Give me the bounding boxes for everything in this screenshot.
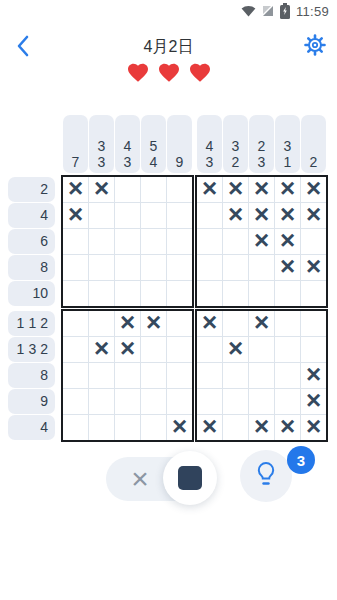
hint-button[interactable] (240, 450, 292, 502)
x-mark: × (146, 310, 161, 335)
col-clue-9: 31 (275, 115, 300, 173)
grid-cell-r5c6[interactable] (197, 281, 222, 306)
grid-cell-r7c2[interactable]: × (89, 337, 114, 362)
grid-cell-r4c7[interactable] (223, 255, 248, 280)
grid-cell-r8c2[interactable] (89, 363, 114, 388)
row-clues-group-top: 246810 (8, 175, 55, 308)
clue-number: 2 (40, 177, 48, 202)
x-mark: × (280, 176, 295, 201)
row-clues-group-bottom: 112132894 (8, 309, 55, 442)
clue-number: 3 (258, 154, 266, 170)
grid-cell-r4c10[interactable]: × (301, 255, 326, 280)
clue-number: 4 (150, 154, 158, 170)
status-time: 11:59 (296, 4, 329, 19)
grid-cell-r8c9[interactable] (275, 363, 300, 388)
x-mark: × (280, 228, 295, 253)
grid-cell-r2c7[interactable]: × (223, 203, 248, 228)
board-quadrant-br: ××××××××× (195, 309, 328, 442)
row-clue-6: 112 (8, 311, 55, 336)
row-clues: 246810 112132894 (8, 175, 55, 442)
grid-cell-r10c10[interactable]: × (301, 415, 326, 440)
row-clue-3: 6 (8, 229, 55, 254)
x-mark: × (120, 310, 135, 335)
grid-cell-r5c8[interactable] (249, 281, 274, 306)
row-clue-5: 10 (8, 281, 55, 306)
grid-cell-r6c9[interactable] (275, 311, 300, 336)
col-clues-group-left: 73343549 (61, 115, 194, 173)
heart-icon (157, 61, 181, 87)
app-screen: 11:59 4月2日 (0, 0, 337, 600)
grid-cell-r7c3[interactable]: × (115, 337, 140, 362)
grid-cell-r5c7[interactable] (223, 281, 248, 306)
x-mark: × (202, 176, 217, 201)
no-sim-icon (262, 5, 274, 17)
grid-cell-r1c6[interactable]: × (197, 177, 222, 202)
board-quadrant-bl: ××××× (61, 309, 194, 442)
grid-cell-r4c4[interactable] (141, 255, 166, 280)
x-mark: × (228, 176, 243, 201)
grid-cell-r3c5[interactable] (167, 229, 192, 254)
clue-number: 4 (40, 415, 48, 440)
x-mark: × (228, 202, 243, 227)
grid-cell-r6c1[interactable] (63, 311, 88, 336)
grid-cell-r6c10[interactable] (301, 311, 326, 336)
grid-cell-r8c1[interactable] (63, 363, 88, 388)
grid-cell-r10c8[interactable]: × (249, 415, 274, 440)
grid-cell-r3c3[interactable] (115, 229, 140, 254)
grid-cell-r2c3[interactable] (115, 203, 140, 228)
clue-number: 3 (232, 138, 240, 154)
x-mark: × (306, 388, 321, 413)
battery-charging-icon (280, 3, 290, 19)
x-mark: × (120, 336, 135, 361)
clue-number: 2 (40, 337, 48, 362)
col-clue-2: 33 (89, 115, 114, 173)
grid-cell-r4c5[interactable] (167, 255, 192, 280)
grid-cell-r1c4[interactable] (141, 177, 166, 202)
clue-number: 4 (40, 203, 48, 228)
clue-number: 10 (32, 281, 48, 306)
grid-cell-r8c3[interactable] (115, 363, 140, 388)
clue-number: 7 (72, 154, 80, 170)
clue-number: 8 (40, 255, 48, 280)
clue-number: 3 (124, 154, 132, 170)
fill-tool-selected[interactable] (163, 451, 217, 505)
grid-cell-r2c1[interactable]: × (63, 203, 88, 228)
grid-cell-r7c9[interactable] (275, 337, 300, 362)
mark-x-tool[interactable]: × (120, 457, 160, 501)
heart-icon (188, 61, 212, 87)
clue-number: 3 (206, 154, 214, 170)
grid-cell-r3c2[interactable] (89, 229, 114, 254)
row-clue-10: 4 (8, 415, 55, 440)
grid-cell-r10c2[interactable] (89, 415, 114, 440)
clue-number: 9 (176, 154, 184, 170)
status-bar: 11:59 (0, 0, 337, 22)
col-clue-10: 2 (301, 115, 326, 173)
grid-cell-r3c6[interactable] (197, 229, 222, 254)
x-mark: × (94, 176, 109, 201)
x-mark: × (254, 202, 269, 227)
grid-cell-r9c4[interactable] (141, 389, 166, 414)
x-mark: × (306, 176, 321, 201)
grid-cell-r10c7[interactable] (223, 415, 248, 440)
clue-number: 3 (28, 337, 36, 362)
clue-number: 2 (40, 311, 48, 336)
row-clue-1: 2 (8, 177, 55, 202)
x-mark: × (280, 414, 295, 439)
grid-cell-r8c4[interactable] (141, 363, 166, 388)
x-mark: × (202, 414, 217, 439)
grid-cell-r4c2[interactable] (89, 255, 114, 280)
grid-cell-r8c8[interactable] (249, 363, 274, 388)
grid-cell-r2c4[interactable] (141, 203, 166, 228)
grid-cell-r5c2[interactable] (89, 281, 114, 306)
grid-cell-r7c5[interactable] (167, 337, 192, 362)
x-mark: × (202, 310, 217, 335)
clue-number: 1 (284, 154, 292, 170)
clue-number: 4 (124, 138, 132, 154)
grid-cell-r7c6[interactable] (197, 337, 222, 362)
grid-cell-r8c5[interactable] (167, 363, 192, 388)
lightbulb-icon (253, 460, 279, 492)
hint-count-badge[interactable]: 3 (287, 446, 315, 474)
grid-cell-r3c7[interactable] (223, 229, 248, 254)
row-clue-8: 8 (8, 363, 55, 388)
grid-cell-r6c6[interactable]: × (197, 311, 222, 336)
x-mark: × (254, 310, 269, 335)
clue-number: 6 (40, 229, 48, 254)
grid-cell-r3c1[interactable] (63, 229, 88, 254)
x-mark: × (306, 254, 321, 279)
grid-cell-r10c5[interactable]: × (167, 415, 192, 440)
col-clue-6: 43 (197, 115, 222, 173)
row-clue-9: 9 (8, 389, 55, 414)
grid-cell-r9c2[interactable] (89, 389, 114, 414)
gear-icon (303, 33, 327, 61)
settings-button[interactable] (299, 31, 331, 63)
board-quadrant-tl: ××× (61, 175, 194, 308)
grid-cell-r2c2[interactable] (89, 203, 114, 228)
clue-number: 2 (258, 138, 266, 154)
grid-cell-r4c8[interactable] (249, 255, 274, 280)
x-mark: × (280, 254, 295, 279)
clue-number: 3 (98, 138, 106, 154)
grid-cell-r10c3[interactable] (115, 415, 140, 440)
grid-cell-r8c7[interactable] (223, 363, 248, 388)
x-mark: × (68, 202, 83, 227)
clue-number: 2 (232, 154, 240, 170)
grid-cell-r4c3[interactable] (115, 255, 140, 280)
nonogram-board: ××× ××××××××××××× ××××× ××××××××× (61, 175, 328, 442)
grid-cell-r3c8[interactable]: × (249, 229, 274, 254)
grid-cell-r7c1[interactable] (63, 337, 88, 362)
grid-cell-r4c1[interactable] (63, 255, 88, 280)
grid-cell-r2c5[interactable] (167, 203, 192, 228)
page-title: 4月2日 (0, 30, 337, 64)
col-clue-7: 32 (223, 115, 248, 173)
row-clue-2: 4 (8, 203, 55, 228)
grid-cell-r9c1[interactable] (63, 389, 88, 414)
grid-cell-r9c3[interactable] (115, 389, 140, 414)
col-clue-3: 43 (115, 115, 140, 173)
grid-cell-r5c10[interactable] (301, 281, 326, 306)
grid-cell-r8c6[interactable] (197, 363, 222, 388)
col-clue-5: 9 (167, 115, 192, 173)
x-mark: × (306, 362, 321, 387)
grid-cell-r4c6[interactable] (197, 255, 222, 280)
grid-cell-r5c1[interactable] (63, 281, 88, 306)
clue-number: 1 (28, 311, 36, 336)
grid-cell-r1c3[interactable] (115, 177, 140, 202)
clue-number: 1 (17, 337, 25, 362)
grid-cell-r10c1[interactable] (63, 415, 88, 440)
x-mark: × (254, 228, 269, 253)
lives-hearts (0, 60, 337, 88)
board-quadrant-tr: ××××××××××××× (195, 175, 328, 308)
x-mark: × (68, 176, 83, 201)
grid-cell-r10c6[interactable]: × (197, 415, 222, 440)
x-mark: × (228, 336, 243, 361)
grid-cell-r9c7[interactable] (223, 389, 248, 414)
grid-cell-r10c9[interactable]: × (275, 415, 300, 440)
grid-cell-r6c8[interactable]: × (249, 311, 274, 336)
col-clue-4: 54 (141, 115, 166, 173)
x-mark: × (94, 336, 109, 361)
col-clue-8: 23 (249, 115, 274, 173)
grid-cell-r5c9[interactable] (275, 281, 300, 306)
row-clue-7: 132 (8, 337, 55, 362)
x-mark: × (306, 202, 321, 227)
col-clue-1: 7 (63, 115, 88, 173)
grid-cell-r5c5[interactable] (167, 281, 192, 306)
grid-cell-r4c9[interactable]: × (275, 255, 300, 280)
wifi-icon (241, 5, 256, 17)
clue-number: 3 (284, 138, 292, 154)
clue-number: 8 (40, 363, 48, 388)
grid-cell-r2c6[interactable] (197, 203, 222, 228)
grid-cell-r6c4[interactable]: × (141, 311, 166, 336)
clue-number: 3 (98, 154, 106, 170)
grid-cell-r1c2[interactable]: × (89, 177, 114, 202)
grid-cell-r2c10[interactable]: × (301, 203, 326, 228)
row-clue-4: 8 (8, 255, 55, 280)
x-mark: × (172, 414, 187, 439)
grid-cell-r5c3[interactable] (115, 281, 140, 306)
fill-square-icon (178, 466, 202, 490)
x-mark: × (306, 414, 321, 439)
clue-number: 2 (310, 154, 318, 170)
grid-cell-r10c4[interactable] (141, 415, 166, 440)
clue-number: 1 (17, 311, 25, 336)
heart-icon (126, 61, 150, 87)
grid-cell-r3c4[interactable] (141, 229, 166, 254)
x-mark: × (254, 414, 269, 439)
clue-number: 4 (206, 138, 214, 154)
x-mark: × (254, 176, 269, 201)
col-clues-group-right: 433223312 (195, 115, 328, 173)
clue-number: 5 (150, 138, 158, 154)
grid-cell-r5c4[interactable] (141, 281, 166, 306)
clue-number: 9 (40, 389, 48, 414)
col-clues: 73343549 433223312 (61, 115, 328, 173)
grid-cell-r7c8[interactable] (249, 337, 274, 362)
grid-cell-r6c5[interactable] (167, 311, 192, 336)
header: 4月2日 (0, 30, 337, 64)
x-mark: × (280, 202, 295, 227)
grid-cell-r7c4[interactable] (141, 337, 166, 362)
grid-cell-r7c7[interactable]: × (223, 337, 248, 362)
grid-cell-r1c5[interactable] (167, 177, 192, 202)
